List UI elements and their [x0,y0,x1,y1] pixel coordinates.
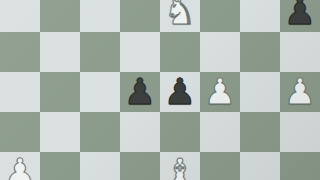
chess-board-viewport: ♞♟♟♟♟♟♟♝ [0,0,320,180]
piece-black-pawn[interactable]: ♟ [284,0,316,32]
square-e3[interactable] [160,112,200,152]
chessboard: ♞♟♟♟♟♟♟♝ [0,0,320,180]
square-a4[interactable] [0,72,40,112]
square-b4[interactable] [40,72,80,112]
square-d6[interactable] [120,0,160,32]
square-b6[interactable] [40,0,80,32]
square-f6[interactable] [200,0,240,32]
square-c3[interactable] [80,112,120,152]
square-g5[interactable] [240,32,280,72]
square-f2[interactable] [200,152,240,180]
square-f5[interactable] [200,32,240,72]
square-c6[interactable] [80,0,120,32]
square-e6[interactable]: ♞ [160,0,200,32]
square-b3[interactable] [40,112,80,152]
square-a2[interactable]: ♟ [0,152,40,180]
piece-black-pawn[interactable]: ♟ [164,72,196,112]
square-c2[interactable] [80,152,120,180]
square-g6[interactable] [240,0,280,32]
square-c5[interactable] [80,32,120,72]
square-g2[interactable] [240,152,280,180]
square-h5[interactable] [280,32,320,72]
piece-black-pawn[interactable]: ♟ [124,72,156,112]
square-e5[interactable] [160,32,200,72]
square-b2[interactable] [40,152,80,180]
piece-white-bishop[interactable]: ♝ [164,152,196,180]
square-g4[interactable] [240,72,280,112]
square-d3[interactable] [120,112,160,152]
square-a5[interactable] [0,32,40,72]
square-d5[interactable] [120,32,160,72]
square-a6[interactable] [0,0,40,32]
piece-white-pawn[interactable]: ♟ [204,72,236,112]
square-h4[interactable]: ♟ [280,72,320,112]
piece-white-pawn[interactable]: ♟ [4,152,36,180]
square-h2[interactable] [280,152,320,180]
square-a3[interactable] [0,112,40,152]
square-c4[interactable] [80,72,120,112]
square-h6[interactable]: ♟ [280,0,320,32]
square-d2[interactable] [120,152,160,180]
square-e2[interactable]: ♝ [160,152,200,180]
square-f4[interactable]: ♟ [200,72,240,112]
square-f3[interactable] [200,112,240,152]
square-e4[interactable]: ♟ [160,72,200,112]
square-g3[interactable] [240,112,280,152]
square-d4[interactable]: ♟ [120,72,160,112]
square-h3[interactable] [280,112,320,152]
square-b5[interactable] [40,32,80,72]
piece-white-pawn[interactable]: ♟ [284,72,316,112]
piece-white-knight[interactable]: ♞ [164,0,196,32]
